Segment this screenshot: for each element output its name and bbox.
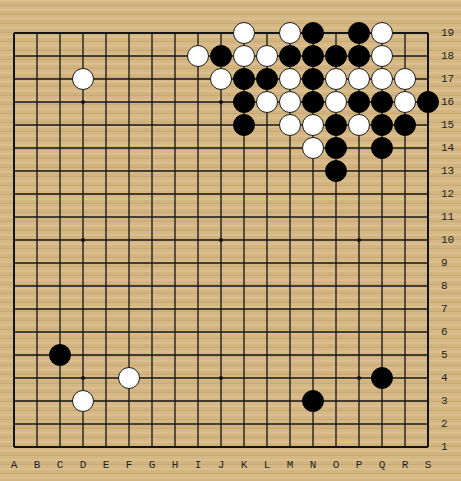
white-stone-F4: [118, 367, 140, 389]
row-label-1: 1: [441, 441, 448, 454]
column-label-Q: Q: [374, 459, 390, 472]
star-point-D10: [81, 238, 85, 242]
black-stone-N19: [302, 22, 324, 44]
row-label-8: 8: [441, 280, 448, 293]
black-stone-K15: [233, 114, 255, 136]
column-label-A: A: [6, 459, 22, 472]
white-stone-J17: [210, 68, 232, 90]
white-stone-R17: [394, 68, 416, 90]
white-stone-L18: [256, 45, 278, 67]
white-stone-Q17: [371, 68, 393, 90]
white-stone-L16: [256, 91, 278, 113]
row-label-11: 11: [441, 211, 454, 224]
black-stone-N16: [302, 91, 324, 113]
black-stone-K16: [233, 91, 255, 113]
column-label-H: H: [167, 459, 183, 472]
black-stone-Q4: [371, 367, 393, 389]
black-stone-Q16: [371, 91, 393, 113]
black-stone-L17: [256, 68, 278, 90]
black-stone-N3: [302, 390, 324, 412]
black-stone-P16: [348, 91, 370, 113]
star-point-D16: [81, 100, 85, 104]
black-stone-M18: [279, 45, 301, 67]
row-label-14: 14: [441, 142, 454, 155]
row-label-6: 6: [441, 326, 448, 339]
white-stone-M16: [279, 91, 301, 113]
column-label-D: D: [75, 459, 91, 472]
black-stone-J18: [210, 45, 232, 67]
white-stone-O16: [325, 91, 347, 113]
go-board[interactable]: ABCDEFGHIJKLMNOPQRS191817161514131211109…: [0, 0, 461, 481]
row-label-3: 3: [441, 395, 448, 408]
black-stone-N18: [302, 45, 324, 67]
row-label-2: 2: [441, 418, 448, 431]
white-stone-K19: [233, 22, 255, 44]
column-label-K: K: [236, 459, 252, 472]
row-label-15: 15: [441, 119, 454, 132]
column-label-R: R: [397, 459, 413, 472]
white-stone-M19: [279, 22, 301, 44]
white-stone-M15: [279, 114, 301, 136]
white-stone-K18: [233, 45, 255, 67]
row-label-5: 5: [441, 349, 448, 362]
row-label-13: 13: [441, 165, 454, 178]
black-stone-Q14: [371, 137, 393, 159]
white-stone-R16: [394, 91, 416, 113]
white-stone-D17: [72, 68, 94, 90]
black-stone-O15: [325, 114, 347, 136]
black-stone-O14: [325, 137, 347, 159]
star-point-D4: [81, 376, 85, 380]
black-stone-S16: [417, 91, 439, 113]
column-label-N: N: [305, 459, 321, 472]
column-label-F: F: [121, 459, 137, 472]
black-stone-N17: [302, 68, 324, 90]
black-stone-P19: [348, 22, 370, 44]
row-label-4: 4: [441, 372, 448, 385]
white-stone-Q19: [371, 22, 393, 44]
white-stone-N14: [302, 137, 324, 159]
row-label-16: 16: [441, 96, 454, 109]
row-label-9: 9: [441, 257, 448, 270]
row-label-12: 12: [441, 188, 454, 201]
star-point-P10: [357, 238, 361, 242]
row-label-7: 7: [441, 303, 448, 316]
star-point-J10: [219, 238, 223, 242]
star-point-J16: [219, 100, 223, 104]
black-stone-P18: [348, 45, 370, 67]
row-label-17: 17: [441, 73, 454, 86]
column-label-O: O: [328, 459, 344, 472]
white-stone-N15: [302, 114, 324, 136]
white-stone-Q18: [371, 45, 393, 67]
black-stone-K17: [233, 68, 255, 90]
column-label-I: I: [190, 459, 206, 472]
column-label-G: G: [144, 459, 160, 472]
column-label-J: J: [213, 459, 229, 472]
row-label-10: 10: [441, 234, 454, 247]
row-label-19: 19: [441, 27, 454, 40]
board-grid: [0, 0, 461, 481]
column-label-E: E: [98, 459, 114, 472]
white-stone-P17: [348, 68, 370, 90]
star-point-P4: [357, 376, 361, 380]
row-label-18: 18: [441, 50, 454, 63]
column-label-M: M: [282, 459, 298, 472]
star-point-J4: [219, 376, 223, 380]
column-label-L: L: [259, 459, 275, 472]
white-stone-D3: [72, 390, 94, 412]
white-stone-P15: [348, 114, 370, 136]
column-label-B: B: [29, 459, 45, 472]
black-stone-O13: [325, 160, 347, 182]
column-label-S: S: [420, 459, 436, 472]
go-board-app: ABCDEFGHIJKLMNOPQRS191817161514131211109…: [0, 0, 461, 481]
black-stone-R15: [394, 114, 416, 136]
black-stone-C5: [49, 344, 71, 366]
black-stone-Q15: [371, 114, 393, 136]
white-stone-O17: [325, 68, 347, 90]
column-label-C: C: [52, 459, 68, 472]
black-stone-O18: [325, 45, 347, 67]
white-stone-I18: [187, 45, 209, 67]
column-label-P: P: [351, 459, 367, 472]
white-stone-M17: [279, 68, 301, 90]
